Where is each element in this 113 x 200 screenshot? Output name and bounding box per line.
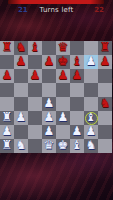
square-a1[interactable]: ♜ bbox=[0, 139, 14, 153]
piece-red-knight: ♞ bbox=[98, 97, 112, 111]
piece-white-pawn: ♟ bbox=[0, 125, 14, 139]
square-b7[interactable]: ♟ bbox=[14, 55, 28, 69]
square-d5[interactable] bbox=[42, 83, 56, 97]
square-c7[interactable] bbox=[28, 55, 42, 69]
piece-white-pawn: ♟ bbox=[84, 125, 98, 139]
square-h7[interactable]: ♟ bbox=[98, 55, 112, 69]
piece-red-bishop: ♝ bbox=[28, 41, 42, 55]
red-turns-count: 22 bbox=[94, 5, 104, 16]
square-f1[interactable]: ♝ bbox=[70, 139, 84, 153]
piece-red-rook: ♜ bbox=[98, 41, 112, 55]
square-a2[interactable]: ♟ bbox=[0, 125, 14, 139]
square-g2[interactable]: ♟ bbox=[84, 125, 98, 139]
square-e8[interactable]: ♛ bbox=[56, 41, 70, 55]
square-g3[interactable]: ♝ bbox=[84, 111, 98, 125]
square-f8[interactable] bbox=[70, 41, 84, 55]
square-c3[interactable] bbox=[28, 111, 42, 125]
game-screen: 21 Turns left 22 ♜♞♝♛♜♟♟♚♝♟♟♟♟♟♟♟♞♜♟♟♟♝♟… bbox=[0, 0, 113, 200]
square-d6[interactable] bbox=[42, 69, 56, 83]
square-h8[interactable]: ♜ bbox=[98, 41, 112, 55]
square-c5[interactable] bbox=[28, 83, 42, 97]
piece-red-knight: ♞ bbox=[14, 41, 28, 55]
piece-white-rook: ♜ bbox=[0, 111, 14, 125]
square-g1[interactable]: ♞ bbox=[84, 139, 98, 153]
square-b8[interactable]: ♞ bbox=[14, 41, 28, 55]
square-c2[interactable] bbox=[28, 125, 42, 139]
square-g5[interactable] bbox=[84, 83, 98, 97]
piece-red-pawn: ♟ bbox=[70, 69, 84, 83]
square-h4[interactable]: ♞ bbox=[98, 97, 112, 111]
square-a3[interactable]: ♜ bbox=[0, 111, 14, 125]
square-f6[interactable]: ♟ bbox=[70, 69, 84, 83]
square-b1[interactable]: ♞ bbox=[14, 139, 28, 153]
square-b4[interactable] bbox=[14, 97, 28, 111]
piece-white-bishop: ♝ bbox=[84, 111, 98, 125]
square-f5[interactable] bbox=[70, 83, 84, 97]
square-h3[interactable] bbox=[98, 111, 112, 125]
square-b5[interactable] bbox=[14, 83, 28, 97]
square-e2[interactable] bbox=[56, 125, 70, 139]
square-g7[interactable]: ♟ bbox=[84, 55, 98, 69]
square-g6[interactable] bbox=[84, 69, 98, 83]
square-f7[interactable]: ♝ bbox=[70, 55, 84, 69]
square-f3[interactable] bbox=[70, 111, 84, 125]
piece-red-king: ♚ bbox=[56, 55, 70, 69]
square-c1[interactable] bbox=[28, 139, 42, 153]
piece-red-pawn: ♟ bbox=[0, 69, 14, 83]
square-d2[interactable]: ♟ bbox=[42, 125, 56, 139]
square-b2[interactable] bbox=[14, 125, 28, 139]
square-d7[interactable]: ♟ bbox=[42, 55, 56, 69]
piece-white-pawn: ♟ bbox=[42, 97, 56, 111]
turn-timer-bar bbox=[8, 0, 104, 4]
piece-white-rook: ♜ bbox=[0, 139, 14, 153]
piece-white-pawn: ♟ bbox=[84, 55, 98, 69]
square-a7[interactable] bbox=[0, 55, 14, 69]
square-d1[interactable]: ♛ bbox=[42, 139, 56, 153]
piece-white-pawn: ♟ bbox=[70, 125, 84, 139]
square-h6[interactable] bbox=[98, 69, 112, 83]
square-b3[interactable]: ♟ bbox=[14, 111, 28, 125]
piece-white-knight: ♞ bbox=[84, 139, 98, 153]
square-e1[interactable]: ♚ bbox=[56, 139, 70, 153]
square-a6[interactable]: ♟ bbox=[0, 69, 14, 83]
square-e4[interactable] bbox=[56, 97, 70, 111]
square-a4[interactable] bbox=[0, 97, 14, 111]
piece-white-pawn: ♟ bbox=[42, 111, 56, 125]
piece-white-pawn: ♟ bbox=[14, 111, 28, 125]
piece-red-pawn: ♟ bbox=[98, 55, 112, 69]
square-e3[interactable]: ♟ bbox=[56, 111, 70, 125]
square-a8[interactable]: ♜ bbox=[0, 41, 14, 55]
piece-white-pawn: ♟ bbox=[56, 111, 70, 125]
piece-red-pawn: ♟ bbox=[14, 55, 28, 69]
square-b6[interactable] bbox=[14, 69, 28, 83]
square-d8[interactable] bbox=[42, 41, 56, 55]
piece-white-knight: ♞ bbox=[14, 139, 28, 153]
square-g8[interactable] bbox=[84, 41, 98, 55]
piece-white-bishop: ♝ bbox=[70, 139, 84, 153]
piece-red-pawn: ♟ bbox=[42, 55, 56, 69]
square-c4[interactable] bbox=[28, 97, 42, 111]
square-e5[interactable] bbox=[56, 83, 70, 97]
square-d3[interactable]: ♟ bbox=[42, 111, 56, 125]
square-f2[interactable]: ♟ bbox=[70, 125, 84, 139]
piece-white-queen: ♛ bbox=[42, 139, 56, 153]
piece-red-rook: ♜ bbox=[0, 41, 14, 55]
square-h2[interactable] bbox=[98, 125, 112, 139]
piece-red-queen: ♛ bbox=[56, 41, 70, 55]
square-h5[interactable] bbox=[98, 83, 112, 97]
square-e7[interactable]: ♚ bbox=[56, 55, 70, 69]
square-c8[interactable]: ♝ bbox=[28, 41, 42, 55]
chess-board: ♜♞♝♛♜♟♟♚♝♟♟♟♟♟♟♟♞♜♟♟♟♝♟♟♟♟♜♞♛♚♝♞ bbox=[0, 41, 112, 153]
square-g4[interactable] bbox=[84, 97, 98, 111]
square-h1[interactable] bbox=[98, 139, 112, 153]
piece-red-bishop: ♝ bbox=[70, 55, 84, 69]
square-e6[interactable]: ♟ bbox=[56, 69, 70, 83]
square-f4[interactable] bbox=[70, 97, 84, 111]
header: 21 Turns left 22 bbox=[0, 5, 113, 16]
piece-red-pawn: ♟ bbox=[28, 69, 42, 83]
square-d4[interactable]: ♟ bbox=[42, 97, 56, 111]
square-c6[interactable]: ♟ bbox=[28, 69, 42, 83]
piece-red-pawn: ♟ bbox=[56, 69, 70, 83]
square-a5[interactable] bbox=[0, 83, 14, 97]
piece-white-king: ♚ bbox=[56, 139, 70, 153]
piece-white-pawn: ♟ bbox=[42, 125, 56, 139]
